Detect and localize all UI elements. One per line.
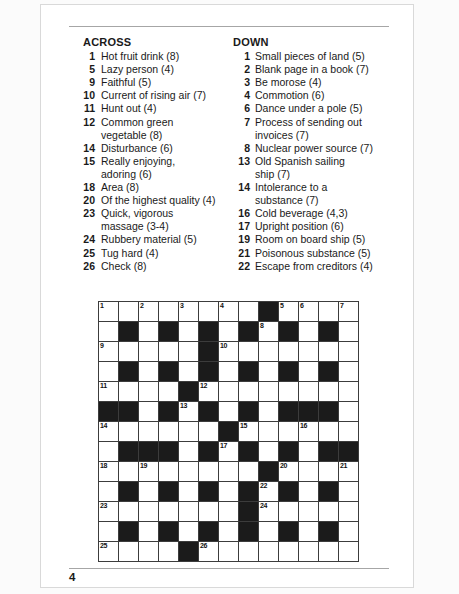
clue-text: Quick, vigorousmassage (3-4) [101,207,173,233]
clue-text: Commotion (6) [255,89,324,102]
grid-cell[interactable]: 15 [239,422,258,441]
grid-cell[interactable] [119,462,138,481]
clue-number: 14 [69,142,95,155]
block-cell [199,522,218,541]
block-cell [279,402,298,421]
across-clues: ACROSS 1Hot fruit drink (8)5Lazy person … [69,36,233,273]
down-clue-list: 1Small pieces of land (5)2Blank page in … [233,50,397,273]
clue-number: 1 [69,50,95,63]
grid-cell[interactable] [259,542,278,561]
grid-cell[interactable] [279,502,298,521]
grid-cell[interactable] [339,362,358,381]
clue-number: 22 [233,260,250,273]
grid-cell[interactable] [119,542,138,561]
block-cell [179,542,198,561]
block-cell [279,362,298,381]
clue-number: 17 [233,220,250,233]
block-cell [119,522,138,541]
grid-cell[interactable] [219,362,238,381]
across-heading: ACROSS [69,36,233,49]
grid-cell[interactable] [299,522,318,541]
clue-text: Blank page in a book (7) [255,63,369,76]
clue-number: 11 [69,102,95,115]
clue-number: 2 [233,63,250,76]
block-cell [119,322,138,341]
grid-cell[interactable] [119,342,138,361]
clue-text: Upright position (6) [255,220,344,233]
clue: 7Process of sending outinvoices (7) [233,116,397,142]
grid-cell[interactable] [139,542,158,561]
grid-cell[interactable] [199,502,218,521]
block-cell [279,442,298,461]
clue: 18Area (8) [69,181,233,194]
grid-cell[interactable] [279,422,298,441]
block-cell [279,522,298,541]
cell-number: 17 [220,442,227,450]
grid-cell[interactable]: 25 [99,542,118,561]
page-number: 4 [69,571,75,583]
block-cell [159,362,178,381]
clue-text: Intolerance to asubstance (7) [255,181,327,207]
cell-number: 26 [200,542,207,550]
clue-number: 20 [69,194,95,207]
block-cell [239,502,258,521]
block-cell [239,402,258,421]
grid-cell[interactable] [99,322,118,341]
grid-cell[interactable] [199,422,218,441]
grid-cell[interactable] [339,482,358,501]
clue: 8Nuclear power source (7) [233,142,397,155]
clue: 10Current of rising air (7) [69,89,233,102]
grid-cell[interactable] [299,342,318,361]
clue: 1Hot fruit drink (8) [69,50,233,63]
clue-text: Common greenvegetable (8) [101,116,173,142]
clue-number: 25 [69,247,95,260]
grid-cell[interactable] [139,502,158,521]
grid-cell[interactable] [339,342,358,361]
down-heading: DOWN [233,36,397,49]
block-cell [239,362,258,381]
clue: 23Quick, vigorousmassage (3-4) [69,207,233,233]
grid-cell[interactable] [179,442,198,461]
clue-number: 26 [69,260,95,273]
block-cell [319,522,338,541]
clue: 19Room on board ship (5) [233,233,397,246]
grid-cell[interactable]: 8 [259,322,278,341]
clue-text: Cold beverage (4,3) [255,207,348,220]
grid-cell[interactable]: 20 [279,462,298,481]
bottom-rule [69,568,389,569]
grid-cell[interactable] [99,442,118,461]
grid-cell[interactable] [299,482,318,501]
page: ACROSS 1Hot fruit drink (8)5Lazy person … [40,4,414,588]
grid-cell[interactable]: 10 [219,342,238,361]
grid-cell[interactable] [179,462,198,481]
block-cell [319,362,338,381]
block-cell [239,482,258,501]
grid-cell[interactable] [139,402,158,421]
block-cell [199,482,218,501]
clue-number: 12 [69,116,95,142]
cell-number: 14 [100,422,107,430]
grid-cell[interactable] [299,542,318,561]
block-cell [179,382,198,401]
clue: 9Faithful (5) [69,76,233,89]
cell-number: 20 [280,462,287,470]
clue: 13Old Spanish sailingship (7) [233,155,397,181]
grid-cell[interactable] [139,342,158,361]
clue-number: 9 [69,76,95,89]
clue-number: 16 [233,207,250,220]
cell-number: 22 [260,482,267,490]
grid-cell[interactable] [319,422,338,441]
grid-cell[interactable] [259,442,278,461]
grid-cell[interactable] [119,382,138,401]
cell-number: 6 [300,302,304,310]
grid-cell[interactable] [119,422,138,441]
grid-cell[interactable]: 21 [339,462,358,481]
grid-cell[interactable] [139,382,158,401]
block-cell [159,322,178,341]
cell-number: 16 [300,422,307,430]
grid-cell[interactable] [179,482,198,501]
grid-cell[interactable] [299,362,318,381]
grid-cell[interactable] [199,462,218,481]
clue-text: Nuclear power source (7) [255,142,373,155]
grid-cell[interactable] [319,502,338,521]
clue: 14Disturbance (6) [69,142,233,155]
clue: 15Really enjoying,adoring (6) [69,155,233,181]
clue-number: 13 [233,155,250,181]
clue-number: 4 [233,89,250,102]
grid-cell[interactable] [159,302,178,321]
grid-cell[interactable] [339,402,358,421]
grid-cell[interactable]: 6 [299,302,318,321]
cell-number: 8 [260,322,264,330]
block-cell [119,442,138,461]
clue-number: 7 [233,116,250,142]
clue-text: Current of rising air (7) [101,89,206,102]
grid-cell[interactable] [279,382,298,401]
clue: 26Check (8) [69,260,233,273]
clue: 2Blank page in a book (7) [233,63,397,76]
grid-cell[interactable]: 17 [219,442,238,461]
clue-text: Tug hard (4) [101,247,158,260]
cell-number: 12 [200,382,207,390]
grid-cell[interactable] [239,382,258,401]
grid-cell[interactable] [199,302,218,321]
grid-cell[interactable] [279,542,298,561]
clue: 17Upright position (6) [233,220,397,233]
grid-cell[interactable] [159,462,178,481]
block-cell [259,302,278,321]
clue-text: Hunt out (4) [101,102,156,115]
clue-text: Dance under a pole (5) [255,102,362,115]
grid-cell[interactable] [219,402,238,421]
clue-number: 8 [233,142,250,155]
grid-cell[interactable] [99,482,118,501]
cell-number: 5 [280,302,284,310]
clue-text: Small pieces of land (5) [255,50,365,63]
grid-cell[interactable] [139,362,158,381]
grid-cell[interactable] [299,442,318,461]
cell-number: 24 [260,502,267,510]
block-cell [159,402,178,421]
clue-text: Lazy person (4) [101,63,174,76]
grid-cell[interactable] [339,422,358,441]
grid-cell[interactable] [219,482,238,501]
block-cell [139,442,158,461]
clue: 4Commotion (6) [233,89,397,102]
clue-lists: ACROSS 1Hot fruit drink (8)5Lazy person … [69,36,399,273]
grid-cell[interactable] [239,542,258,561]
clue: 12Common greenvegetable (8) [69,116,233,142]
clue-number: 3 [233,76,250,89]
block-cell [159,442,178,461]
grid-cell[interactable] [119,302,138,321]
grid-cell[interactable]: 2 [139,302,158,321]
block-cell [239,522,258,541]
grid-cell[interactable] [159,542,178,561]
grid-cell[interactable]: 11 [99,382,118,401]
clue: 1Small pieces of land (5) [233,50,397,63]
block-cell [119,402,138,421]
grid-cell[interactable] [259,402,278,421]
clue-number: 24 [69,233,95,246]
cell-number: 9 [100,342,104,350]
grid-cell[interactable]: 3 [179,302,198,321]
block-cell [119,362,138,381]
grid-cell[interactable]: 13 [179,402,198,421]
block-cell [319,442,338,461]
cell-number: 19 [140,462,147,470]
clue-text: Disturbance (6) [101,142,173,155]
grid-cell[interactable] [99,522,118,541]
grid-cell[interactable] [259,342,278,361]
grid-cell[interactable]: 16 [299,422,318,441]
clue-text: Be morose (4) [255,76,322,89]
clue-number: 6 [233,102,250,115]
grid-cell[interactable] [299,462,318,481]
clue-number: 23 [69,207,95,233]
grid-cell[interactable] [179,502,198,521]
grid-cell[interactable] [139,482,158,501]
grid-cell[interactable] [219,322,238,341]
grid-cell[interactable] [319,342,338,361]
grid-cell[interactable]: 24 [259,502,278,521]
grid-cell[interactable] [159,422,178,441]
grid-cell[interactable] [259,522,278,541]
grid-cell[interactable] [339,382,358,401]
block-cell [199,322,218,341]
clue: 6Dance under a pole (5) [233,102,397,115]
grid-cell[interactable] [239,342,258,361]
grid-cell[interactable] [119,502,138,521]
grid-cell[interactable] [179,522,198,541]
grid-cell[interactable] [339,322,358,341]
clue-text: Hot fruit drink (8) [101,50,179,63]
grid-cell[interactable]: 14 [99,422,118,441]
block-cell [159,482,178,501]
clue: 14Intolerance to asubstance (7) [233,181,397,207]
block-cell [199,402,218,421]
clue: 25Tug hard (4) [69,247,233,260]
grid-cell[interactable] [219,522,238,541]
clue-text: Old Spanish sailingship (7) [255,155,345,181]
grid-cell[interactable] [299,322,318,341]
grid-cell[interactable]: 18 [99,462,118,481]
clue: 22Escape from creditors (4) [233,260,397,273]
cell-number: 7 [340,302,344,310]
clue-text: Of the highest quality (4) [101,194,215,207]
cell-number: 21 [340,462,347,470]
cell-number: 4 [220,302,224,310]
grid-cell[interactable] [219,502,238,521]
cell-number: 15 [240,422,247,430]
clue: 21Poisonous substance (5) [233,247,397,260]
cell-number: 1 [100,302,104,310]
grid-cell[interactable] [99,362,118,381]
grid-cell[interactable] [179,342,198,361]
cell-number: 10 [220,342,227,350]
grid-cell[interactable] [219,382,238,401]
block-cell [319,482,338,501]
block-cell [159,522,178,541]
block-cell [279,322,298,341]
grid-cell[interactable] [239,302,258,321]
grid-cell[interactable]: 12 [199,382,218,401]
grid-cell[interactable] [319,542,338,561]
clue-text: Rubbery material (5) [101,233,197,246]
clue: 5Lazy person (4) [69,63,233,76]
block-cell [99,402,118,421]
grid-cell[interactable]: 9 [99,342,118,361]
clue-number: 5 [69,63,95,76]
grid-cell[interactable] [279,342,298,361]
cell-number: 2 [140,302,144,310]
block-cell [119,482,138,501]
cell-number: 18 [100,462,107,470]
clue-text: Check (8) [101,260,147,273]
cell-number: 25 [100,542,107,550]
grid-cell[interactable]: 5 [279,302,298,321]
grid-cell[interactable]: 1 [99,302,118,321]
clue: 24Rubbery material (5) [69,233,233,246]
grid-cell[interactable]: 19 [139,462,158,481]
grid-cell[interactable] [159,382,178,401]
grid-cell[interactable]: 22 [259,482,278,501]
grid-cell[interactable] [299,382,318,401]
clue-text: Area (8) [101,181,139,194]
block-cell [299,402,318,421]
clue-text: Process of sending outinvoices (7) [255,116,362,142]
grid-cell[interactable] [139,422,158,441]
clue: 3Be morose (4) [233,76,397,89]
clue-text: Room on board ship (5) [255,233,365,246]
grid-cell[interactable] [319,382,338,401]
grid-cell[interactable] [259,422,278,441]
block-cell [259,462,278,481]
clue-number: 10 [69,89,95,102]
grid-cell[interactable] [159,502,178,521]
grid-cell[interactable] [319,462,338,481]
grid-cell[interactable]: 7 [339,302,358,321]
grid-cell[interactable] [139,522,158,541]
block-cell [319,402,338,421]
grid-cell[interactable] [179,322,198,341]
clue-number: 21 [233,247,250,260]
grid-cell[interactable] [339,502,358,521]
grid-cell[interactable] [179,422,198,441]
grid-cell[interactable] [219,542,238,561]
grid-cell[interactable]: 26 [199,542,218,561]
grid-cell[interactable] [299,502,318,521]
clue-number: 1 [233,50,250,63]
grid-cell[interactable] [339,542,358,561]
clue: 20Of the highest quality (4) [69,194,233,207]
grid-cell[interactable] [179,362,198,381]
top-rule [69,26,389,27]
grid-cell[interactable] [259,382,278,401]
down-clues: DOWN 1Small pieces of land (5)2Blank pag… [233,36,397,273]
block-cell [339,442,358,461]
block-cell [279,482,298,501]
block-cell [319,322,338,341]
grid-cell[interactable] [239,462,258,481]
block-cell [199,442,218,461]
clue-number: 18 [69,181,95,194]
grid-cell[interactable] [159,342,178,361]
cell-number: 3 [180,302,184,310]
clue-text: Faithful (5) [101,76,151,89]
grid-cell[interactable] [339,522,358,541]
grid-cell[interactable] [139,322,158,341]
block-cell [239,442,258,461]
block-cell [199,362,218,381]
block-cell [199,342,218,361]
clue-text: Poisonous substance (5) [255,247,371,260]
clue-text: Really enjoying,adoring (6) [101,155,175,181]
clue: 11Hunt out (4) [69,102,233,115]
block-cell [219,422,238,441]
grid-cell[interactable] [319,302,338,321]
grid-cell[interactable] [259,362,278,381]
cell-number: 13 [180,402,187,410]
clue-number: 15 [69,155,95,181]
block-cell [239,322,258,341]
clue-number: 19 [233,233,250,246]
grid-cell[interactable]: 4 [219,302,238,321]
cell-number: 23 [100,502,107,510]
cell-number: 11 [100,382,107,390]
grid-cell[interactable]: 23 [99,502,118,521]
clue-text: Escape from creditors (4) [255,260,373,273]
grid-cell[interactable] [219,462,238,481]
across-clue-list: 1Hot fruit drink (8)5Lazy person (4)9Fai… [69,50,233,273]
crossword-grid: 1234567891011121314151617181920212223242… [98,301,359,562]
clue-number: 14 [233,181,250,207]
clue: 16Cold beverage (4,3) [233,207,397,220]
